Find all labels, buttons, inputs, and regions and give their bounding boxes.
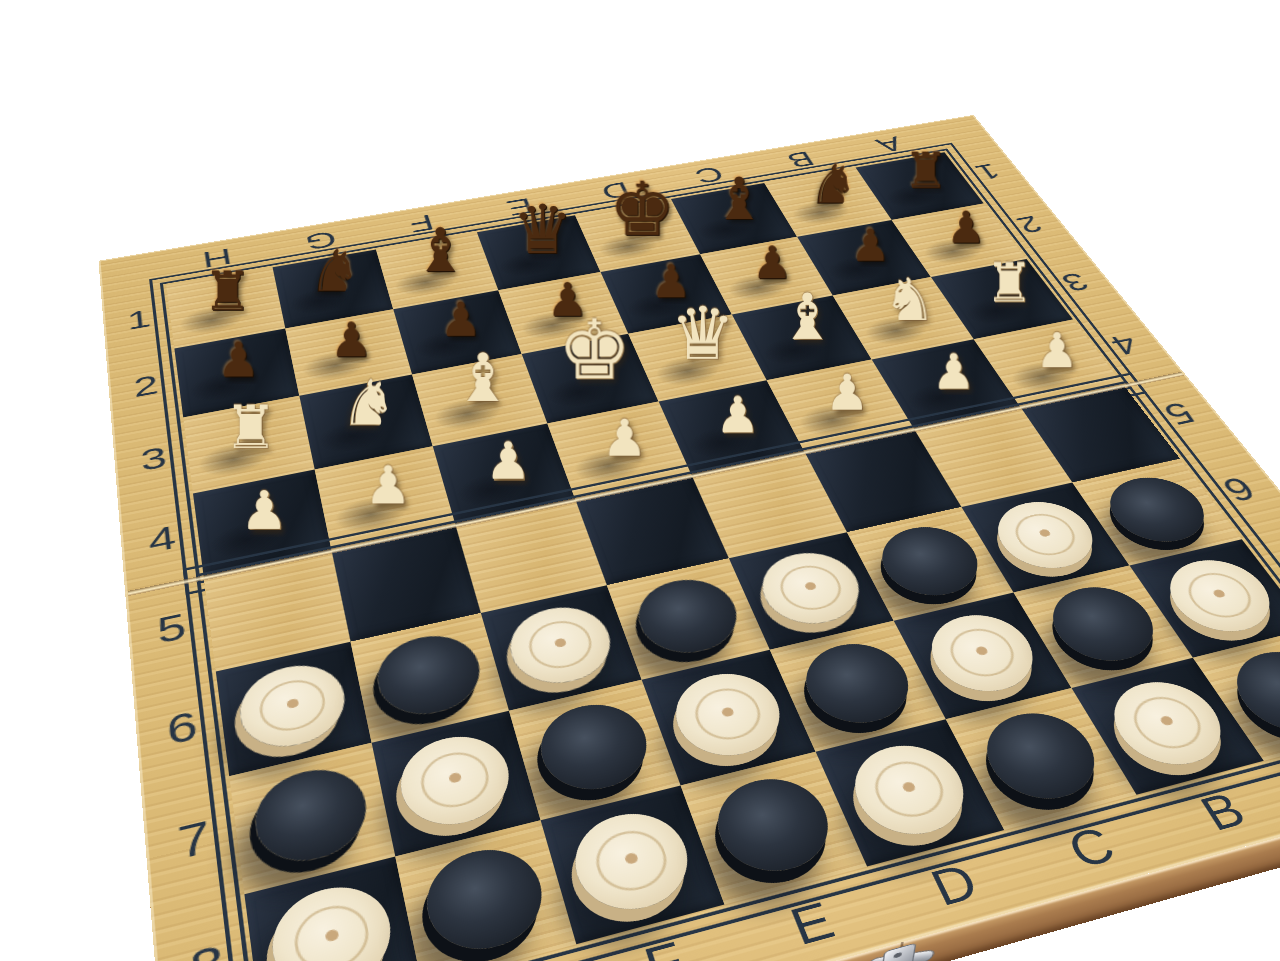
knight-glyph: ♞ [883,272,936,328]
knight-glyph: ♞ [340,373,397,433]
game-board: ♜♞♝♛♚♝♞♜♟♟♟♟♟♟♟♟♜♞♝♚♛♝♞♜♟♟♟♟♟♟♟♟ HHGGFFE… [98,115,1280,961]
rook-glyph: ♜ [985,258,1033,309]
king-glyph: ♚ [557,311,631,389]
checker-disc-dark[interactable] [703,768,843,882]
checker-disc-light[interactable] [500,598,620,692]
checker-disc-dark[interactable] [1094,470,1221,550]
pawn-glyph: ♟ [439,298,481,343]
pawn-glyph: ♟ [329,317,372,362]
bishop-glyph: ♝ [412,222,466,280]
pawn-glyph: ♟ [1035,328,1078,374]
pawn-glyph: ♟ [240,486,288,537]
checker-disc-light[interactable] [392,726,518,835]
pawn-glyph: ♟ [824,370,868,417]
checker-disc-light[interactable] [916,606,1049,701]
pawn-glyph: ♟ [931,349,975,395]
pawn-glyph: ♟ [850,224,890,266]
bishop-glyph: ♝ [453,348,513,411]
bishop-glyph: ♝ [712,172,764,227]
knight-glyph: ♞ [309,244,361,299]
pawn-glyph: ♟ [364,461,411,511]
pawn-glyph: ♟ [484,437,531,486]
product-photo-scene: ♜♞♝♛♚♝♞♜♟♟♟♟♟♟♟♟♜♞♝♚♛♝♞♜♟♟♟♟♟♟♟♟ HHGGFFE… [0,0,1280,961]
pawn-glyph: ♟ [714,392,759,440]
rook-glyph: ♜ [903,147,947,194]
pawn-glyph: ♟ [946,207,986,249]
rook-glyph: ♜ [202,266,251,318]
bishop-glyph: ♝ [779,287,836,348]
knight-glyph: ♞ [809,159,857,210]
queen-glyph: ♛ [512,198,573,262]
checker-disc-light[interactable] [663,664,793,765]
pawn-glyph: ♟ [601,414,647,463]
queen-glyph: ♛ [669,299,734,368]
king-glyph: ♚ [608,174,675,245]
pawn-glyph: ♟ [216,338,259,384]
rook-glyph: ♜ [223,400,277,457]
